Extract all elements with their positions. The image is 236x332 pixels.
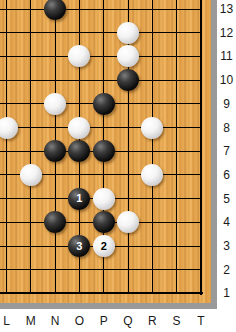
grid-line-row-11: [0, 56, 202, 57]
coord-label-row-11: 11: [217, 48, 236, 64]
move-number-label: 2: [101, 241, 107, 252]
coord-label-row-2: 2: [217, 262, 236, 278]
goban[interactable]: 132: [0, 0, 211, 303]
coord-label-col-M: M: [19, 313, 43, 329]
coord-label-col-L: L: [0, 313, 19, 329]
coord-label-col-N: N: [43, 313, 67, 329]
stone-black-P4[interactable]: [93, 211, 115, 233]
coord-label-row-8: 8: [217, 120, 236, 136]
stone-black-Q10[interactable]: [117, 69, 139, 91]
grid-line-row-1: [0, 292, 203, 294]
stone-white-P3[interactable]: 2: [93, 235, 115, 257]
stone-white-Q12[interactable]: [117, 22, 139, 44]
grid-line-row-12: [0, 32, 202, 33]
stone-white-P5[interactable]: [93, 188, 115, 210]
stone-white-Q11[interactable]: [117, 45, 139, 67]
coord-label-row-13: 13: [217, 1, 236, 17]
coord-label-col-Q: Q: [116, 313, 140, 329]
stone-white-R8[interactable]: [141, 117, 163, 139]
stone-white-N9[interactable]: [44, 93, 66, 115]
stone-black-O3[interactable]: 3: [68, 235, 90, 257]
coord-label-col-P: P: [92, 313, 116, 329]
grid-line-col-R: [152, 0, 153, 294]
coord-label-col-S: S: [165, 313, 189, 329]
go-diagram: 132 13121110987654321LMNOPQRST: [0, 0, 236, 332]
coord-label-row-10: 10: [217, 72, 236, 88]
coord-label-row-12: 12: [217, 25, 236, 41]
board-edge-shadow-bottom: [0, 303, 217, 309]
stone-black-N4[interactable]: [44, 211, 66, 233]
stone-black-O5[interactable]: 1: [68, 188, 90, 210]
coord-label-row-4: 4: [217, 214, 236, 230]
stone-black-N13[interactable]: [44, 0, 66, 20]
grid-line-row-8: [0, 127, 202, 128]
stone-black-O7[interactable]: [68, 140, 90, 162]
coord-label-row-5: 5: [217, 191, 236, 207]
stone-white-O8[interactable]: [68, 117, 90, 139]
stone-black-P7[interactable]: [93, 140, 115, 162]
coord-label-row-6: 6: [217, 167, 236, 183]
coord-label-col-T: T: [189, 313, 213, 329]
grid-line-col-T: [200, 0, 202, 295]
stone-white-R6[interactable]: [141, 164, 163, 186]
stone-white-Q4[interactable]: [117, 211, 139, 233]
grid-line-row-13: [0, 9, 202, 10]
grid-line-col-L: [6, 0, 7, 294]
stone-black-N7[interactable]: [44, 140, 66, 162]
coord-label-row-3: 3: [217, 238, 236, 254]
grid-line-row-2: [0, 269, 202, 270]
stone-white-L8[interactable]: [0, 117, 18, 139]
grid-line-col-M: [30, 0, 31, 294]
stone-white-M6[interactable]: [20, 164, 42, 186]
grid-line-col-Q: [128, 0, 129, 294]
coord-label-row-9: 9: [217, 96, 236, 112]
grid-line-col-S: [176, 0, 177, 294]
coord-label-col-O: O: [67, 313, 91, 329]
stone-black-P9[interactable]: [93, 93, 115, 115]
move-number-label: 3: [76, 241, 82, 252]
coord-label-row-7: 7: [217, 143, 236, 159]
grid-line-row-10: [0, 80, 202, 81]
move-number-label: 1: [76, 193, 82, 204]
coord-label-col-R: R: [140, 313, 164, 329]
coord-label-row-1: 1: [217, 285, 236, 301]
stone-white-O11[interactable]: [68, 45, 90, 67]
